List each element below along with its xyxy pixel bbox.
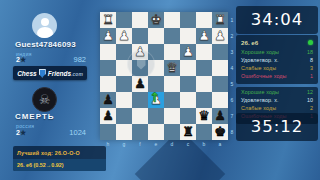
square-b3[interactable] <box>196 44 212 60</box>
square-c8[interactable]: ♜ <box>180 124 196 140</box>
stat-label: Удовлетвор. х. <box>241 98 279 104</box>
square-a8[interactable]: ♚ <box>212 124 228 140</box>
square-f8[interactable] <box>132 124 148 140</box>
file-label-a: a <box>212 141 228 148</box>
square-f2[interactable] <box>132 28 148 44</box>
square-b7[interactable]: ♛ <box>196 108 212 124</box>
white-pawn: ♟ <box>212 28 228 44</box>
square-d7[interactable] <box>164 108 180 124</box>
square-h3[interactable] <box>100 44 116 60</box>
square-h2[interactable]: ♟ <box>100 28 116 44</box>
white-pawn: ♟ <box>180 44 196 60</box>
square-g1[interactable] <box>116 12 132 28</box>
stat-value: 3 <box>310 66 313 72</box>
rank-label-6: 6 <box>229 92 235 108</box>
square-c3[interactable]: ♟ <box>180 44 196 60</box>
stat-label: Хорошие ходы <box>241 50 279 56</box>
square-d4[interactable]: ♛ <box>164 60 180 76</box>
rank-label-4: 4 <box>229 60 235 76</box>
stat-row: Слабые ходы2 <box>236 105 318 113</box>
square-h1[interactable]: ♜ <box>100 12 116 28</box>
square-c7[interactable] <box>180 108 196 124</box>
top-player-clock: 34:04 <box>236 6 318 34</box>
square-b5[interactable] <box>196 76 212 92</box>
stat-label: Удовлетвор. х. <box>241 58 279 64</box>
move-list-selected[interactable]: 26. e6 (0.52→0.92) <box>13 159 106 171</box>
bottom-player-name: СМЕРТЬ <box>15 112 99 121</box>
square-c6[interactable] <box>180 92 196 108</box>
stat-value: 1 <box>310 74 313 80</box>
black-queen: ♛ <box>196 108 212 124</box>
square-h7[interactable]: ♟ <box>100 108 116 124</box>
square-h5[interactable] <box>100 76 116 92</box>
square-g6[interactable] <box>116 92 132 108</box>
square-c2[interactable] <box>180 28 196 44</box>
avatar-top-player[interactable] <box>32 13 57 38</box>
square-a3[interactable] <box>212 44 228 60</box>
top-player-stats-panel: 26. e6 Хорошие ходы18Удовлетвор. х.8Слаб… <box>236 35 318 84</box>
square-a4[interactable] <box>212 60 228 76</box>
file-label-e: e <box>148 141 164 148</box>
stat-label: Хорошие ходы <box>241 90 279 96</box>
file-label-g: g <box>116 141 132 148</box>
white-rook: ♜ <box>212 12 228 28</box>
skull-icon: ☠ <box>39 92 51 107</box>
white-rook: ♜ <box>100 12 116 28</box>
top-player-name: Guest47846093 <box>15 40 99 49</box>
white-pawn: ♟ <box>100 28 116 44</box>
square-e2[interactable] <box>148 28 164 44</box>
rank-label-5: 5 <box>229 76 235 92</box>
square-c4[interactable] <box>180 60 196 76</box>
square-c5[interactable] <box>180 76 196 92</box>
chessfriends-logo: Chess Friends.com <box>13 66 87 80</box>
square-a1[interactable]: ♜ <box>212 12 228 28</box>
stat-row: Хорошие ходы18 <box>236 49 318 57</box>
game-window: Guest47846093 индия 2★ 982 Chess Friends… <box>0 0 320 180</box>
square-d3[interactable] <box>164 44 180 60</box>
stat-value: 8 <box>310 58 313 64</box>
square-e8[interactable] <box>148 124 164 140</box>
square-d5[interactable] <box>164 76 180 92</box>
black-pawn: ♟ <box>100 108 116 124</box>
square-a2[interactable]: ♟ <box>212 28 228 44</box>
file-label-d: d <box>164 141 180 148</box>
square-a5[interactable] <box>212 76 228 92</box>
white-pawn: ♟ <box>196 28 212 44</box>
stat-row: Слабые ходы3 <box>236 65 318 73</box>
top-player-stars: 2★ <box>16 56 26 64</box>
square-d6[interactable] <box>164 92 180 108</box>
stat-value: 12 <box>307 90 313 96</box>
file-labels: hgfedcba <box>100 141 228 148</box>
rank-label-3: 3 <box>229 44 235 60</box>
square-g8[interactable] <box>116 124 132 140</box>
rank-label-1: 1 <box>229 12 235 28</box>
file-label-b: b <box>196 141 212 148</box>
square-e7[interactable] <box>148 108 164 124</box>
square-c1[interactable] <box>180 12 196 28</box>
analysis-box: Лучший ход: 26.O-O-O 26. e6 (0.52→0.92) <box>13 146 106 171</box>
black-king: ♚ <box>212 124 228 140</box>
rank-label-8: 8 <box>229 124 235 140</box>
white-pawn: ♟ <box>116 28 132 44</box>
square-f5[interactable]: ♟ <box>132 76 148 92</box>
square-f7[interactable] <box>132 108 148 124</box>
stat-row: Хорошие ходы12 <box>236 89 318 97</box>
person-icon <box>41 18 49 26</box>
players-sidebar: Guest47846093 индия 2★ 982 Chess Friends… <box>0 0 100 180</box>
stat-value: 10 <box>307 98 313 104</box>
square-a7[interactable]: ♟ <box>212 108 228 124</box>
stat-label: Слабые ходы <box>241 106 276 112</box>
square-b6[interactable] <box>196 92 212 108</box>
square-b2[interactable]: ♟ <box>196 28 212 44</box>
square-a6[interactable] <box>212 92 228 108</box>
square-b8[interactable] <box>196 124 212 140</box>
rank-labels: 12345678 <box>229 12 235 140</box>
square-h4[interactable] <box>100 60 116 76</box>
stat-label: Слабые ходы <box>241 66 276 72</box>
bottom-player-clock: 35:12 <box>236 113 318 141</box>
good-move-arrow-icon: ↑ <box>148 90 162 106</box>
shield-icon <box>137 59 146 70</box>
square-b1[interactable] <box>196 12 212 28</box>
file-label-c: c <box>180 141 196 148</box>
last-move-label[interactable]: 26. e6 <box>241 39 258 46</box>
stat-row: Удовлетвор. х.8 <box>236 57 318 65</box>
star-icon: ★ <box>20 129 26 136</box>
avatar-bottom-player[interactable]: ☠ <box>32 87 57 112</box>
square-d1[interactable] <box>164 12 180 28</box>
square-f6[interactable] <box>132 92 148 108</box>
rank-label-7: 7 <box>229 108 235 124</box>
black-rook: ♜ <box>180 124 196 140</box>
square-h8[interactable] <box>100 124 116 140</box>
white-king: ♚ <box>148 12 164 28</box>
square-b4[interactable] <box>196 60 212 76</box>
square-g2[interactable]: ♟ <box>116 28 132 44</box>
stat-row: Удовлетвор. х.10 <box>236 97 318 105</box>
stat-row: Ошибочные ходы1 <box>236 73 318 81</box>
black-pawn: ♟ <box>100 92 116 108</box>
file-label-f: f <box>132 141 148 148</box>
bottom-player-stars: 2★ <box>16 129 26 137</box>
square-g7[interactable] <box>116 108 132 124</box>
square-e6[interactable]: ♟↑ <box>148 92 164 108</box>
good-move-dot-icon <box>308 40 313 45</box>
white-queen: ♛ <box>164 60 180 76</box>
board-watermark-logo <box>127 50 155 78</box>
top-player-rating: 982 <box>73 55 86 64</box>
black-pawn: ♟ <box>132 76 148 92</box>
square-d8[interactable] <box>164 124 180 140</box>
best-move-text: Лучший ход: 26.O-O-O <box>13 148 106 159</box>
black-pawn: ♟ <box>212 108 228 124</box>
rank-label-2: 2 <box>229 28 235 44</box>
square-h6[interactable]: ♟ <box>100 92 116 108</box>
square-e1[interactable]: ♚ <box>148 12 164 28</box>
stat-value: 2 <box>310 106 313 112</box>
stat-value: 18 <box>307 50 313 56</box>
square-f1[interactable] <box>132 12 148 28</box>
square-d2[interactable] <box>164 28 180 44</box>
square-g5[interactable] <box>116 76 132 92</box>
star-icon: ★ <box>20 56 26 63</box>
shield-icon <box>39 69 46 78</box>
stat-label: Ошибочные ходы <box>241 74 287 80</box>
chess-board: ♜♚♜♟♟♟♟♟♟♛♟♟♟↑♟♛♟♜♚ 12345678 hgfedcba <box>100 12 228 140</box>
bottom-player-rating: 1024 <box>69 128 86 137</box>
